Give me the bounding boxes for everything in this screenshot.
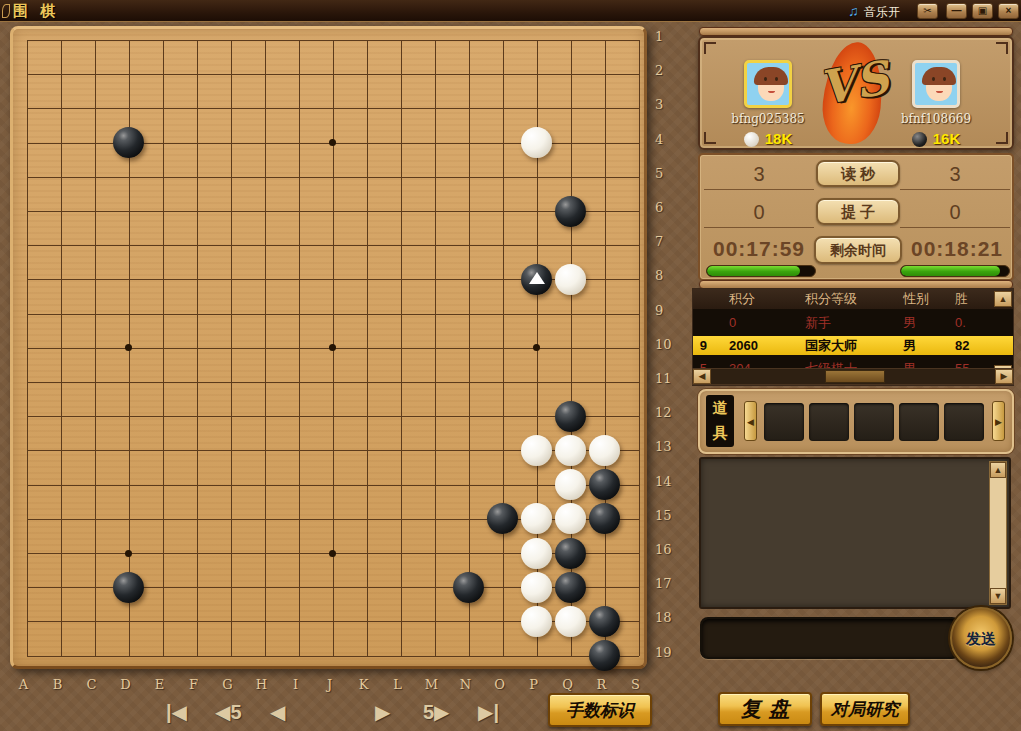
black-stone [589,503,620,534]
nav-last[interactable]: ▶| [478,700,499,724]
nav-first[interactable]: |◀ [166,700,187,724]
table-header-cell: 胜 [955,290,993,308]
black-stone [555,538,586,569]
black-stone [487,503,518,534]
white-stone-icon [744,132,759,147]
star-point [329,139,336,146]
grid-line [503,40,504,656]
row-label: 4 [655,132,681,147]
music-toggle-label[interactable]: 音乐开 [864,4,900,21]
col-label: F [184,677,204,692]
avatar-eye [932,77,935,81]
minimize-button[interactable]: — [946,3,967,19]
player-right-name: bfnf108669 [876,112,996,126]
avatar-eye [775,77,778,81]
title-ornament-icon [2,4,10,18]
row-label: 18 [655,610,681,625]
prop-slot[interactable] [944,403,984,441]
white-stone [555,469,586,500]
props-left-arrow-icon[interactable]: ◀ [744,401,757,441]
time-bar-left-fill [707,266,800,276]
title-bar: 围 棋 ♫ 音乐开 ✂ — ▣ × [0,0,1021,22]
music-note-icon: ♫ [848,3,859,19]
black-stone [589,469,620,500]
col-label: R [592,677,612,692]
prop-slot[interactable] [764,403,804,441]
send-button[interactable]: 发送 [950,607,1012,669]
avatar-eye [764,77,767,81]
table-cell: 男 [897,314,955,332]
time-right: 00:18:21 [898,237,1016,261]
chat-input[interactable] [700,617,960,659]
time-label-button[interactable]: 剩余时间 [814,236,902,264]
players-panel: bfng025385 18K VS bfnf108669 16K [698,36,1014,150]
grid-line [401,40,402,656]
grid-line [639,40,640,656]
col-label: O [490,677,510,692]
row-label: 11 [655,371,681,386]
avatar-left[interactable] [744,60,792,108]
col-label: Q [558,677,578,692]
star-point [329,550,336,557]
chat-scroll-down-icon[interactable]: ▼ [990,588,1006,604]
col-label: M [422,677,442,692]
white-stone [521,606,552,637]
player-left-rank: 18K [708,130,828,148]
go-board[interactable] [10,26,647,669]
table-cell: 0 [707,315,791,330]
avatar-hair [754,67,788,85]
table-hscrollbar[interactable]: ◀ ▶ [692,368,1014,385]
col-label: G [218,677,238,692]
time-bar-left [706,265,816,277]
table-cell: 男 [897,337,955,355]
row-label: 6 [655,200,681,215]
col-label: D [116,677,136,692]
white-stone [555,503,586,534]
table-header-cell: 性别 [897,290,955,308]
col-label: P [524,677,544,692]
row-label: 13 [655,439,681,454]
frame-corner [996,132,1008,144]
star-point [533,344,540,351]
white-stone [555,264,586,295]
row-label: 12 [655,405,681,420]
frame-corner [996,42,1008,54]
table-cell: 82 [955,338,993,353]
timer-panel: 3 3 读 秒 0 0 提 子 00:17:59 00:18:21 剩余时间 [698,153,1014,281]
grid-line [27,656,639,657]
time-bar-right-fill [901,266,1000,276]
row-label: 7 [655,234,681,249]
table-cell: 国家大师 [791,337,897,355]
star-point [329,344,336,351]
star-point [125,344,132,351]
row-label: 17 [655,576,681,591]
row-label: 9 [655,303,681,318]
white-stone [521,538,552,569]
col-label: N [456,677,476,692]
nav-back5[interactable]: ◀5 [215,700,242,724]
prop-slot[interactable] [809,403,849,441]
white-stone [521,127,552,158]
col-label: E [150,677,170,692]
byoyomi-button[interactable]: 读 秒 [816,160,900,187]
nav-back1[interactable]: ◀ [270,700,285,724]
grid-line [27,416,639,417]
nav-forward1[interactable]: ▶ [375,700,390,724]
col-label: A [14,677,34,692]
col-label: C [82,677,102,692]
black-stone [555,401,586,432]
time-bar-right [900,265,1010,277]
black-stone [453,572,484,603]
grid-line [367,40,368,656]
prop-slot[interactable] [854,403,894,441]
col-label: S [626,677,646,692]
props-right-arrow-icon[interactable]: ▶ [992,401,1005,441]
grid-line [469,40,470,656]
scissors-icon[interactable]: ✂ [917,3,938,19]
grid-line [435,40,436,656]
grid-line [605,40,606,656]
app-title: 围 棋 [13,2,59,21]
black-stone [589,640,620,671]
black-stone [555,572,586,603]
player-left-name: bfng025385 [708,112,828,126]
table-header-row: 积分积分等级性别胜 [693,289,1013,309]
frame-corner [704,42,716,54]
row-label: 5 [655,166,681,181]
table-header-cell: 积分等级 [791,290,897,308]
row-label: 15 [655,508,681,523]
panel-rail-top [699,27,1013,36]
black-stone-icon [912,132,927,147]
white-stone [555,606,586,637]
row-label: 2 [655,63,681,78]
last-move-marker [529,272,545,284]
captures-button[interactable]: 提 子 [816,198,900,225]
close-button[interactable]: × [998,3,1019,19]
send-button-label: 发送 [952,630,1010,649]
maximize-button[interactable]: ▣ [972,3,993,19]
rank-text: 16K [933,130,961,147]
table-cell: 新手 [791,314,897,332]
col-label: L [388,677,408,692]
byoyomi-left: 3 [704,163,814,190]
grid-line [27,485,639,486]
white-stone [589,435,620,466]
avatar-mouth [768,89,775,93]
white-stone [521,572,552,603]
star-point [125,550,132,557]
col-label: K [354,677,374,692]
col-label: I [286,677,306,692]
black-stone [555,196,586,227]
black-stone [589,606,620,637]
avatar-mouth [936,89,943,93]
chat-log[interactable]: ▲ ▼ [699,457,1011,609]
captures-left: 0 [704,201,814,228]
chat-scroll-up-icon[interactable]: ▲ [990,462,1006,478]
table-scroll-up-icon[interactable]: ▲ [994,291,1012,307]
byoyomi-right: 3 [900,163,1010,190]
table-cell: 0. [955,315,993,330]
avatar-hair [922,67,956,85]
study-button[interactable]: 对局研究 [820,692,910,726]
table-row[interactable]: 92060国家大师男82 [693,336,1013,355]
black-stone [113,572,144,603]
white-stone [521,435,552,466]
row-label: 19 [655,645,681,660]
table-row[interactable]: 0新手男0. [693,313,1013,332]
go-client-window: 围 棋 ♫ 音乐开 ✂ — ▣ × ABCDEFGHIJKLMNOPQRS123… [0,0,1021,731]
chat-scrollbar[interactable]: ▲ ▼ [989,461,1007,605]
table-scroll-right-icon[interactable]: ▶ [995,369,1013,384]
row-label: 16 [655,542,681,557]
col-label: B [48,677,68,692]
table-cell: 2060 [707,338,791,353]
rank-text: 18K [765,130,793,147]
white-stone [555,435,586,466]
review-button[interactable]: 复 盘 [718,692,812,726]
table-header-cell: 积分 [707,290,791,308]
row-label: 14 [655,474,681,489]
table-scroll-left-icon[interactable]: ◀ [693,369,711,384]
player-right-rank: 16K [876,130,996,148]
time-left: 00:17:59 [700,237,818,261]
avatar-right[interactable] [912,60,960,108]
props-panel: 道具 ◀ ▶ [698,389,1014,454]
avatar-eye [943,77,946,81]
black-stone [113,127,144,158]
table-hscroll-thumb[interactable] [825,370,885,383]
col-label: J [320,677,340,692]
nav-forward5[interactable]: 5▶ [423,700,450,724]
col-label: H [252,677,272,692]
table-cell: 9 [693,338,707,353]
vs-text: VS [810,49,898,116]
white-stone [521,503,552,534]
row-label: 8 [655,268,681,283]
grid-line [27,382,639,383]
row-label: 1 [655,29,681,44]
row-label: 3 [655,97,681,112]
props-label: 道具 [706,395,734,447]
prop-slot[interactable] [899,403,939,441]
captures-right: 0 [900,201,1010,228]
move-number-button[interactable]: 手数标识 [548,693,652,727]
row-label: 10 [655,337,681,352]
